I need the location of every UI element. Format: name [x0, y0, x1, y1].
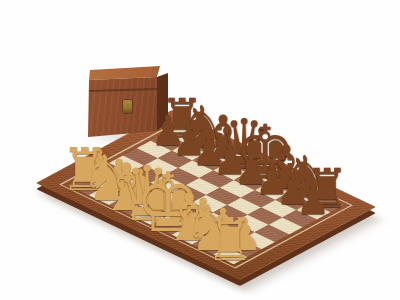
chess-piece-black-pawn: ♟	[297, 179, 330, 220]
pieces-layer: ♜♞♝♛♚♝♞♜♟♟♟♟♟♟♟♟♟♟♟♟♟♟♟♟♜♞♝♛♚♝♞♜	[0, 0, 400, 300]
chess-set-photo: ♜♞♝♛♚♝♞♜♟♟♟♟♟♟♟♟♟♟♟♟♟♟♟♟♜♞♝♛♚♝♞♜	[0, 0, 400, 300]
chess-piece-white-rook: ♜	[206, 209, 254, 268]
